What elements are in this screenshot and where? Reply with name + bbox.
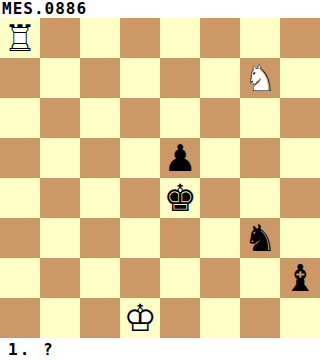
square-f7[interactable] bbox=[200, 58, 240, 98]
white-king[interactable]: ♔ bbox=[120, 298, 160, 338]
square-a8[interactable]: ♜♖ bbox=[0, 18, 40, 58]
square-c7[interactable] bbox=[80, 58, 120, 98]
square-c8[interactable] bbox=[80, 18, 120, 58]
square-e2[interactable] bbox=[160, 258, 200, 298]
square-d5[interactable] bbox=[120, 138, 160, 178]
white-knight[interactable]: ♘ bbox=[240, 58, 280, 98]
black-pawn[interactable]: ♟ bbox=[160, 138, 200, 178]
square-e4[interactable]: ♚ bbox=[160, 178, 200, 218]
move-prompt: 1. ? bbox=[0, 338, 320, 360]
square-a3[interactable] bbox=[0, 218, 40, 258]
square-a4[interactable] bbox=[0, 178, 40, 218]
black-bishop[interactable]: ♝ bbox=[280, 258, 320, 298]
square-c6[interactable] bbox=[80, 98, 120, 138]
square-d2[interactable] bbox=[120, 258, 160, 298]
square-f3[interactable] bbox=[200, 218, 240, 258]
square-g2[interactable] bbox=[240, 258, 280, 298]
square-c2[interactable] bbox=[80, 258, 120, 298]
square-b8[interactable] bbox=[40, 18, 80, 58]
square-b2[interactable] bbox=[40, 258, 80, 298]
square-h4[interactable] bbox=[280, 178, 320, 218]
square-e6[interactable] bbox=[160, 98, 200, 138]
square-a5[interactable] bbox=[0, 138, 40, 178]
square-h2[interactable]: ♝ bbox=[280, 258, 320, 298]
square-g8[interactable] bbox=[240, 18, 280, 58]
square-g7[interactable]: ♞♘ bbox=[240, 58, 280, 98]
puzzle-id: MES.0886 bbox=[0, 0, 320, 18]
square-d4[interactable] bbox=[120, 178, 160, 218]
square-g6[interactable] bbox=[240, 98, 280, 138]
square-f5[interactable] bbox=[200, 138, 240, 178]
white-king-fill: ♚ bbox=[120, 298, 160, 338]
square-a7[interactable] bbox=[0, 58, 40, 98]
square-e3[interactable] bbox=[160, 218, 200, 258]
square-d1[interactable]: ♚♔ bbox=[120, 298, 160, 338]
square-g4[interactable] bbox=[240, 178, 280, 218]
square-c5[interactable] bbox=[80, 138, 120, 178]
square-c4[interactable] bbox=[80, 178, 120, 218]
square-e8[interactable] bbox=[160, 18, 200, 58]
square-b4[interactable] bbox=[40, 178, 80, 218]
square-d8[interactable] bbox=[120, 18, 160, 58]
square-a1[interactable] bbox=[0, 298, 40, 338]
square-h7[interactable] bbox=[280, 58, 320, 98]
square-b6[interactable] bbox=[40, 98, 80, 138]
square-b5[interactable] bbox=[40, 138, 80, 178]
square-b3[interactable] bbox=[40, 218, 80, 258]
square-h1[interactable] bbox=[280, 298, 320, 338]
square-a6[interactable] bbox=[0, 98, 40, 138]
square-h5[interactable] bbox=[280, 138, 320, 178]
square-c3[interactable] bbox=[80, 218, 120, 258]
black-knight[interactable]: ♞ bbox=[240, 218, 280, 258]
chess-board: ♜♖♞♘♟♚♞♝♚♔ bbox=[0, 18, 320, 338]
square-e5[interactable]: ♟ bbox=[160, 138, 200, 178]
square-g5[interactable] bbox=[240, 138, 280, 178]
square-b1[interactable] bbox=[40, 298, 80, 338]
square-b7[interactable] bbox=[40, 58, 80, 98]
square-e1[interactable] bbox=[160, 298, 200, 338]
square-g3[interactable]: ♞ bbox=[240, 218, 280, 258]
square-h8[interactable] bbox=[280, 18, 320, 58]
white-rook-fill: ♜ bbox=[0, 18, 40, 58]
white-knight-fill: ♞ bbox=[240, 58, 280, 98]
square-d7[interactable] bbox=[120, 58, 160, 98]
square-h3[interactable] bbox=[280, 218, 320, 258]
square-f1[interactable] bbox=[200, 298, 240, 338]
square-g1[interactable] bbox=[240, 298, 280, 338]
square-d3[interactable] bbox=[120, 218, 160, 258]
square-d6[interactable] bbox=[120, 98, 160, 138]
white-rook[interactable]: ♖ bbox=[0, 18, 40, 58]
square-f2[interactable] bbox=[200, 258, 240, 298]
square-c1[interactable] bbox=[80, 298, 120, 338]
square-e7[interactable] bbox=[160, 58, 200, 98]
square-h6[interactable] bbox=[280, 98, 320, 138]
black-king[interactable]: ♚ bbox=[160, 178, 200, 218]
square-a2[interactable] bbox=[0, 258, 40, 298]
square-f8[interactable] bbox=[200, 18, 240, 58]
square-f4[interactable] bbox=[200, 178, 240, 218]
square-f6[interactable] bbox=[200, 98, 240, 138]
